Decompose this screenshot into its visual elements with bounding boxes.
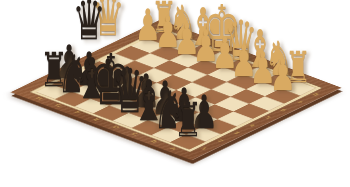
piece-black-rook-a1: ♜ (173, 97, 202, 144)
pieces-layer: ♜♞♝♛♚♝♞♜♟♟♟♟♟♟♟♟♟♟♟♟♟♟♟♟♜♞♝♛♚♝♞♜♛♛ (0, 0, 350, 187)
piece-white-pawn-a7: ♟ (269, 54, 296, 98)
chess-set-photo: HGFEDCBA87654321 ♜♞♝♛♚♝♞♜♟♟♟♟♟♟♟♟♟♟♟♟♟♟♟… (0, 0, 350, 187)
